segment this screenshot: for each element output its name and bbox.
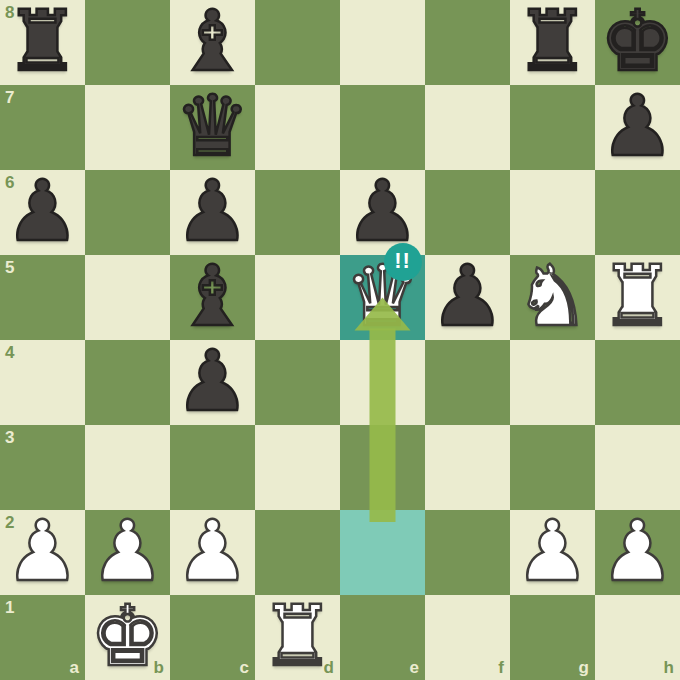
coord-file-a: a: [70, 658, 79, 678]
square-g6[interactable]: [510, 170, 595, 255]
square-g7[interactable]: [510, 85, 595, 170]
coord-file-g: g: [579, 658, 589, 678]
square-c6[interactable]: ♟: [170, 170, 255, 255]
square-d4[interactable]: [255, 340, 340, 425]
square-b6[interactable]: [85, 170, 170, 255]
square-a1[interactable]: 1a: [0, 595, 85, 680]
square-f8[interactable]: [425, 0, 510, 85]
square-h7[interactable]: ♟: [595, 85, 680, 170]
coord-rank-1: 1: [5, 598, 14, 618]
coord-rank-4: 4: [5, 343, 14, 363]
square-e2[interactable]: [340, 510, 425, 595]
black-pawn[interactable]: ♟: [170, 338, 255, 423]
square-e4[interactable]: [340, 340, 425, 425]
square-d5[interactable]: [255, 255, 340, 340]
black-king[interactable]: ♚: [595, 0, 680, 83]
square-b2[interactable]: ♟: [85, 510, 170, 595]
square-g4[interactable]: [510, 340, 595, 425]
white-knight[interactable]: ♞: [510, 253, 595, 338]
square-d6[interactable]: [255, 170, 340, 255]
square-h8[interactable]: ♚: [595, 0, 680, 85]
square-b1[interactable]: b♚: [85, 595, 170, 680]
square-h5[interactable]: ♜: [595, 255, 680, 340]
brilliant-move-badge: !!: [384, 243, 422, 281]
white-pawn[interactable]: ♟: [85, 508, 170, 593]
square-a8[interactable]: 8♜: [0, 0, 85, 85]
square-a2[interactable]: 2♟: [0, 510, 85, 595]
black-bishop[interactable]: ♝: [170, 0, 255, 83]
square-c7[interactable]: ♛: [170, 85, 255, 170]
white-pawn[interactable]: ♟: [0, 508, 85, 593]
black-pawn[interactable]: ♟: [425, 253, 510, 338]
square-g8[interactable]: ♜: [510, 0, 595, 85]
square-e7[interactable]: [340, 85, 425, 170]
square-f3[interactable]: [425, 425, 510, 510]
black-pawn[interactable]: ♟: [170, 168, 255, 253]
coord-rank-5: 5: [5, 258, 14, 278]
square-h1[interactable]: h: [595, 595, 680, 680]
square-a6[interactable]: 6♟: [0, 170, 85, 255]
white-king[interactable]: ♚: [85, 593, 170, 678]
square-d8[interactable]: [255, 0, 340, 85]
square-d1[interactable]: d♜: [255, 595, 340, 680]
square-b5[interactable]: [85, 255, 170, 340]
white-pawn[interactable]: ♟: [595, 508, 680, 593]
black-pawn[interactable]: ♟: [595, 83, 680, 168]
square-b7[interactable]: [85, 85, 170, 170]
square-d2[interactable]: [255, 510, 340, 595]
square-a4[interactable]: 4: [0, 340, 85, 425]
square-a7[interactable]: 7: [0, 85, 85, 170]
white-pawn[interactable]: ♟: [510, 508, 595, 593]
square-e1[interactable]: e: [340, 595, 425, 680]
black-rook[interactable]: ♜: [510, 0, 595, 83]
square-d7[interactable]: [255, 85, 340, 170]
coord-file-h: h: [664, 658, 674, 678]
square-c2[interactable]: ♟: [170, 510, 255, 595]
square-h6[interactable]: [595, 170, 680, 255]
square-e8[interactable]: [340, 0, 425, 85]
square-f4[interactable]: [425, 340, 510, 425]
white-rook[interactable]: ♜: [595, 253, 680, 338]
square-c3[interactable]: [170, 425, 255, 510]
square-g1[interactable]: g: [510, 595, 595, 680]
square-d3[interactable]: [255, 425, 340, 510]
square-h3[interactable]: [595, 425, 680, 510]
coord-rank-3: 3: [5, 428, 14, 448]
square-a3[interactable]: 3: [0, 425, 85, 510]
square-b3[interactable]: [85, 425, 170, 510]
square-g5[interactable]: ♞: [510, 255, 595, 340]
square-c1[interactable]: c: [170, 595, 255, 680]
coord-file-f: f: [498, 658, 504, 678]
square-f6[interactable]: [425, 170, 510, 255]
black-bishop[interactable]: ♝: [170, 253, 255, 338]
black-queen[interactable]: ♛: [170, 83, 255, 168]
square-f2[interactable]: [425, 510, 510, 595]
coord-file-c: c: [240, 658, 249, 678]
black-rook[interactable]: ♜: [0, 0, 85, 83]
square-g2[interactable]: ♟: [510, 510, 595, 595]
coord-file-e: e: [410, 658, 419, 678]
square-f7[interactable]: [425, 85, 510, 170]
black-pawn[interactable]: ♟: [0, 168, 85, 253]
white-rook[interactable]: ♜: [255, 593, 340, 678]
square-f5[interactable]: ♟: [425, 255, 510, 340]
square-g3[interactable]: [510, 425, 595, 510]
square-h4[interactable]: [595, 340, 680, 425]
square-b4[interactable]: [85, 340, 170, 425]
square-c4[interactable]: ♟: [170, 340, 255, 425]
white-pawn[interactable]: ♟: [170, 508, 255, 593]
square-c8[interactable]: ♝: [170, 0, 255, 85]
square-a5[interactable]: 5: [0, 255, 85, 340]
black-pawn[interactable]: ♟: [340, 168, 425, 253]
square-c5[interactable]: ♝: [170, 255, 255, 340]
square-e6[interactable]: ♟: [340, 170, 425, 255]
square-e3[interactable]: [340, 425, 425, 510]
square-h2[interactable]: ♟: [595, 510, 680, 595]
square-f1[interactable]: f: [425, 595, 510, 680]
coord-rank-7: 7: [5, 88, 14, 108]
chess-board: 8♜♝♜♚7♛♟6♟♟♟5♝♛♟♞♜4♟32♟♟♟♟♟1ab♚cd♜efgh !…: [0, 0, 680, 680]
square-b8[interactable]: [85, 0, 170, 85]
